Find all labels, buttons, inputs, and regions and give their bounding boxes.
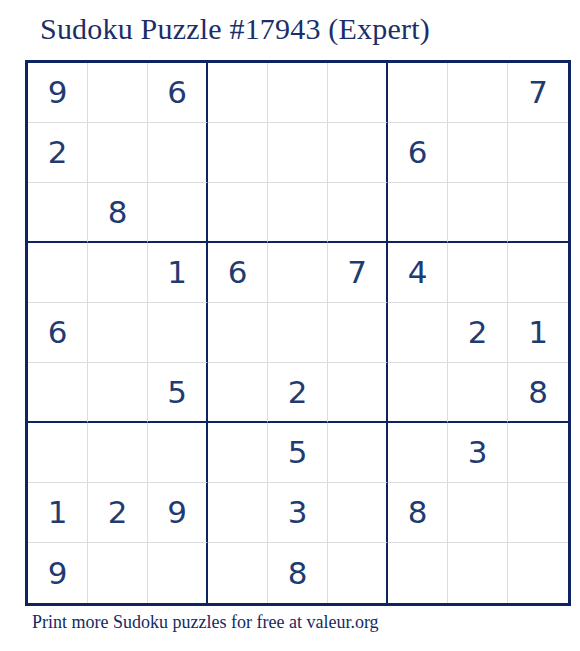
cell-r8c2: 2 <box>88 483 148 543</box>
cell-r6c2 <box>88 363 148 423</box>
cell-r5c8: 2 <box>448 303 508 363</box>
cell-r3c2: 8 <box>88 183 148 243</box>
cell-r2c3 <box>148 123 208 183</box>
cell-r9c6 <box>328 543 388 603</box>
cell-r2c9 <box>508 123 568 183</box>
cell-r9c2 <box>88 543 148 603</box>
cell-r2c5 <box>268 123 328 183</box>
cell-r4c6: 7 <box>328 243 388 303</box>
cell-r8c1: 1 <box>28 483 88 543</box>
cell-r8c5: 3 <box>268 483 328 543</box>
cell-r5c5 <box>268 303 328 363</box>
cell-r5c1: 6 <box>28 303 88 363</box>
cell-r1c5 <box>268 63 328 123</box>
cell-r4c7: 4 <box>388 243 448 303</box>
cell-r9c4 <box>208 543 268 603</box>
cell-r1c2 <box>88 63 148 123</box>
cell-r6c7 <box>388 363 448 423</box>
cell-r3c3 <box>148 183 208 243</box>
cell-r9c5: 8 <box>268 543 328 603</box>
cell-r7c3 <box>148 423 208 483</box>
cell-r8c7: 8 <box>388 483 448 543</box>
cell-r3c5 <box>268 183 328 243</box>
cell-r3c9 <box>508 183 568 243</box>
cell-r1c9: 7 <box>508 63 568 123</box>
cell-r6c6 <box>328 363 388 423</box>
sudoku-page: Sudoku Puzzle #17943 (Expert) 9672681674… <box>0 0 580 651</box>
cell-r9c1: 9 <box>28 543 88 603</box>
cell-r4c2 <box>88 243 148 303</box>
cell-r3c7 <box>388 183 448 243</box>
cell-r2c7: 6 <box>388 123 448 183</box>
cell-r2c6 <box>328 123 388 183</box>
cell-r2c8 <box>448 123 508 183</box>
cell-r3c4 <box>208 183 268 243</box>
cell-r1c6 <box>328 63 388 123</box>
cell-r8c6 <box>328 483 388 543</box>
cell-r4c8 <box>448 243 508 303</box>
cell-r5c6 <box>328 303 388 363</box>
cell-r9c3 <box>148 543 208 603</box>
cell-r9c7 <box>388 543 448 603</box>
cell-r6c5: 2 <box>268 363 328 423</box>
page-title: Sudoku Puzzle #17943 (Expert) <box>40 12 430 46</box>
cell-r5c2 <box>88 303 148 363</box>
cell-r1c4 <box>208 63 268 123</box>
cell-r6c8 <box>448 363 508 423</box>
cell-r5c3 <box>148 303 208 363</box>
cell-r4c1 <box>28 243 88 303</box>
cell-r8c8 <box>448 483 508 543</box>
cell-r7c9 <box>508 423 568 483</box>
cell-r1c3: 6 <box>148 63 208 123</box>
cell-r3c6 <box>328 183 388 243</box>
cell-r7c8: 3 <box>448 423 508 483</box>
footer-text: Print more Sudoku puzzles for free at va… <box>32 612 379 633</box>
cell-r7c5: 5 <box>268 423 328 483</box>
cell-r7c1 <box>28 423 88 483</box>
cell-r4c4: 6 <box>208 243 268 303</box>
cell-r8c9 <box>508 483 568 543</box>
cell-r7c2 <box>88 423 148 483</box>
cell-r3c1 <box>28 183 88 243</box>
cell-r5c7 <box>388 303 448 363</box>
cell-r9c8 <box>448 543 508 603</box>
cell-r2c4 <box>208 123 268 183</box>
cell-r7c6 <box>328 423 388 483</box>
cell-r7c7 <box>388 423 448 483</box>
cell-r5c4 <box>208 303 268 363</box>
cell-r6c3: 5 <box>148 363 208 423</box>
cell-r6c1 <box>28 363 88 423</box>
cell-r4c5 <box>268 243 328 303</box>
cell-r6c9: 8 <box>508 363 568 423</box>
cell-r1c7 <box>388 63 448 123</box>
cell-r2c1: 2 <box>28 123 88 183</box>
cell-r4c3: 1 <box>148 243 208 303</box>
cell-r3c8 <box>448 183 508 243</box>
cell-r1c8 <box>448 63 508 123</box>
cell-r4c9 <box>508 243 568 303</box>
cell-r5c9: 1 <box>508 303 568 363</box>
sudoku-grid: 9672681674621528531293898 <box>25 60 571 606</box>
cell-r1c1: 9 <box>28 63 88 123</box>
cell-r7c4 <box>208 423 268 483</box>
cell-r6c4 <box>208 363 268 423</box>
cell-r9c9 <box>508 543 568 603</box>
cell-r2c2 <box>88 123 148 183</box>
cell-r8c3: 9 <box>148 483 208 543</box>
cell-r8c4 <box>208 483 268 543</box>
